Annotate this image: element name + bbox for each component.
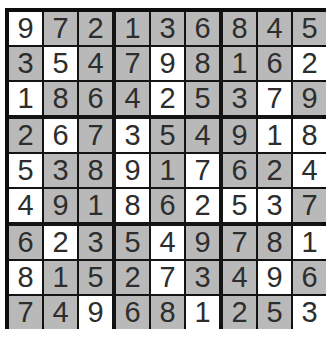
sudoku-cell-r8c8[interactable]: 9 — [258, 261, 291, 294]
sudoku-cell-r1c1[interactable]: 9 — [9, 12, 42, 45]
sudoku-cell-r6c9[interactable]: 7 — [293, 189, 326, 222]
sudoku-cell-r8c6[interactable]: 3 — [186, 261, 219, 294]
sudoku-cell-r6c1[interactable]: 4 — [9, 189, 42, 222]
sudoku-cell-r7c6[interactable]: 9 — [186, 226, 219, 259]
sudoku-cell-r1c5[interactable]: 3 — [151, 12, 184, 45]
sudoku-cell-r3c7[interactable]: 3 — [223, 82, 256, 115]
sudoku-cell-r4c5[interactable]: 5 — [151, 119, 184, 152]
sudoku-cell-r3c6[interactable]: 5 — [186, 82, 219, 115]
sudoku-cell-r9c6[interactable]: 1 — [186, 296, 219, 329]
sudoku-cell-r6c8[interactable]: 3 — [258, 189, 291, 222]
sudoku-cell-r6c4[interactable]: 8 — [116, 189, 149, 222]
sudoku-cell-r4c6[interactable]: 4 — [186, 119, 219, 152]
sudoku-cell-r4c3[interactable]: 7 — [79, 119, 112, 152]
sudoku-cell-r2c4[interactable]: 7 — [116, 47, 149, 80]
sudoku-cell-r6c2[interactable]: 9 — [44, 189, 77, 222]
sudoku-cell-r1c3[interactable]: 2 — [79, 12, 112, 45]
sudoku-cell-r9c5[interactable]: 8 — [151, 296, 184, 329]
sudoku-cell-r5c4[interactable]: 9 — [116, 154, 149, 187]
sudoku-cell-r8c3[interactable]: 5 — [79, 261, 112, 294]
sudoku-page: 9721368453547981621864253792673549185389… — [0, 0, 332, 340]
sudoku-cell-r7c1[interactable]: 6 — [9, 226, 42, 259]
sudoku-cell-r1c4[interactable]: 1 — [116, 12, 149, 45]
sudoku-cell-r7c5[interactable]: 4 — [151, 226, 184, 259]
sudoku-cell-r7c8[interactable]: 8 — [258, 226, 291, 259]
sudoku-cell-r2c7[interactable]: 1 — [223, 47, 256, 80]
sudoku-cell-r4c1[interactable]: 2 — [9, 119, 42, 152]
sudoku-cell-r2c9[interactable]: 2 — [293, 47, 326, 80]
sudoku-cell-r4c7[interactable]: 9 — [223, 119, 256, 152]
sudoku-cell-r3c8[interactable]: 7 — [258, 82, 291, 115]
sudoku-cell-r5c8[interactable]: 2 — [258, 154, 291, 187]
sudoku-cell-r9c3[interactable]: 9 — [79, 296, 112, 329]
sudoku-cell-r2c8[interactable]: 6 — [258, 47, 291, 80]
sudoku-cell-r6c3[interactable]: 1 — [79, 189, 112, 222]
sudoku-cell-r8c7[interactable]: 4 — [223, 261, 256, 294]
sudoku-cell-r8c5[interactable]: 7 — [151, 261, 184, 294]
sudoku-cell-r2c6[interactable]: 8 — [186, 47, 219, 80]
sudoku-cell-r8c2[interactable]: 1 — [44, 261, 77, 294]
sudoku-cell-r1c9[interactable]: 5 — [293, 12, 326, 45]
sudoku-cell-r3c1[interactable]: 1 — [9, 82, 42, 115]
sudoku-cell-r5c7[interactable]: 6 — [223, 154, 256, 187]
sudoku-cell-r7c2[interactable]: 2 — [44, 226, 77, 259]
sudoku-cell-r3c4[interactable]: 4 — [116, 82, 149, 115]
sudoku-cell-r5c9[interactable]: 4 — [293, 154, 326, 187]
sudoku-cell-r6c7[interactable]: 5 — [223, 189, 256, 222]
sudoku-cell-r4c2[interactable]: 6 — [44, 119, 77, 152]
sudoku-cell-r8c1[interactable]: 8 — [9, 261, 42, 294]
sudoku-cell-r7c7[interactable]: 7 — [223, 226, 256, 259]
sudoku-cell-r5c3[interactable]: 8 — [79, 154, 112, 187]
sudoku-cell-r3c5[interactable]: 2 — [151, 82, 184, 115]
sudoku-cell-r4c9[interactable]: 8 — [293, 119, 326, 152]
sudoku-cell-r9c7[interactable]: 2 — [223, 296, 256, 329]
sudoku-cell-r3c9[interactable]: 9 — [293, 82, 326, 115]
sudoku-cell-r7c3[interactable]: 3 — [79, 226, 112, 259]
sudoku-cell-r8c9[interactable]: 6 — [293, 261, 326, 294]
sudoku-cell-r5c1[interactable]: 5 — [9, 154, 42, 187]
sudoku-cell-r5c6[interactable]: 7 — [186, 154, 219, 187]
sudoku-cell-r2c5[interactable]: 9 — [151, 47, 184, 80]
sudoku-cell-r2c3[interactable]: 4 — [79, 47, 112, 80]
sudoku-cell-r5c5[interactable]: 1 — [151, 154, 184, 187]
sudoku-cell-r2c2[interactable]: 5 — [44, 47, 77, 80]
sudoku-cell-r6c6[interactable]: 2 — [186, 189, 219, 222]
sudoku-cell-r7c9[interactable]: 1 — [293, 226, 326, 259]
sudoku-cell-r1c2[interactable]: 7 — [44, 12, 77, 45]
sudoku-cell-r9c8[interactable]: 5 — [258, 296, 291, 329]
sudoku-cell-r9c1[interactable]: 7 — [9, 296, 42, 329]
sudoku-cell-r7c4[interactable]: 5 — [116, 226, 149, 259]
sudoku-cell-r2c1[interactable]: 3 — [9, 47, 42, 80]
sudoku-cell-r4c4[interactable]: 3 — [116, 119, 149, 152]
sudoku-cell-r1c7[interactable]: 8 — [223, 12, 256, 45]
sudoku-cell-r9c2[interactable]: 4 — [44, 296, 77, 329]
sudoku-cell-r4c8[interactable]: 1 — [258, 119, 291, 152]
sudoku-cell-r9c9[interactable]: 3 — [293, 296, 326, 329]
sudoku-cell-r3c2[interactable]: 8 — [44, 82, 77, 115]
sudoku-cell-r1c6[interactable]: 6 — [186, 12, 219, 45]
sudoku-cell-r1c8[interactable]: 4 — [258, 12, 291, 45]
sudoku-cell-r6c5[interactable]: 6 — [151, 189, 184, 222]
sudoku-cell-r8c4[interactable]: 2 — [116, 261, 149, 294]
sudoku-cell-r3c3[interactable]: 6 — [79, 82, 112, 115]
sudoku-cell-r9c4[interactable]: 6 — [116, 296, 149, 329]
sudoku-board: 9721368453547981621864253792673549185389… — [5, 8, 326, 329]
sudoku-cell-r5c2[interactable]: 3 — [44, 154, 77, 187]
